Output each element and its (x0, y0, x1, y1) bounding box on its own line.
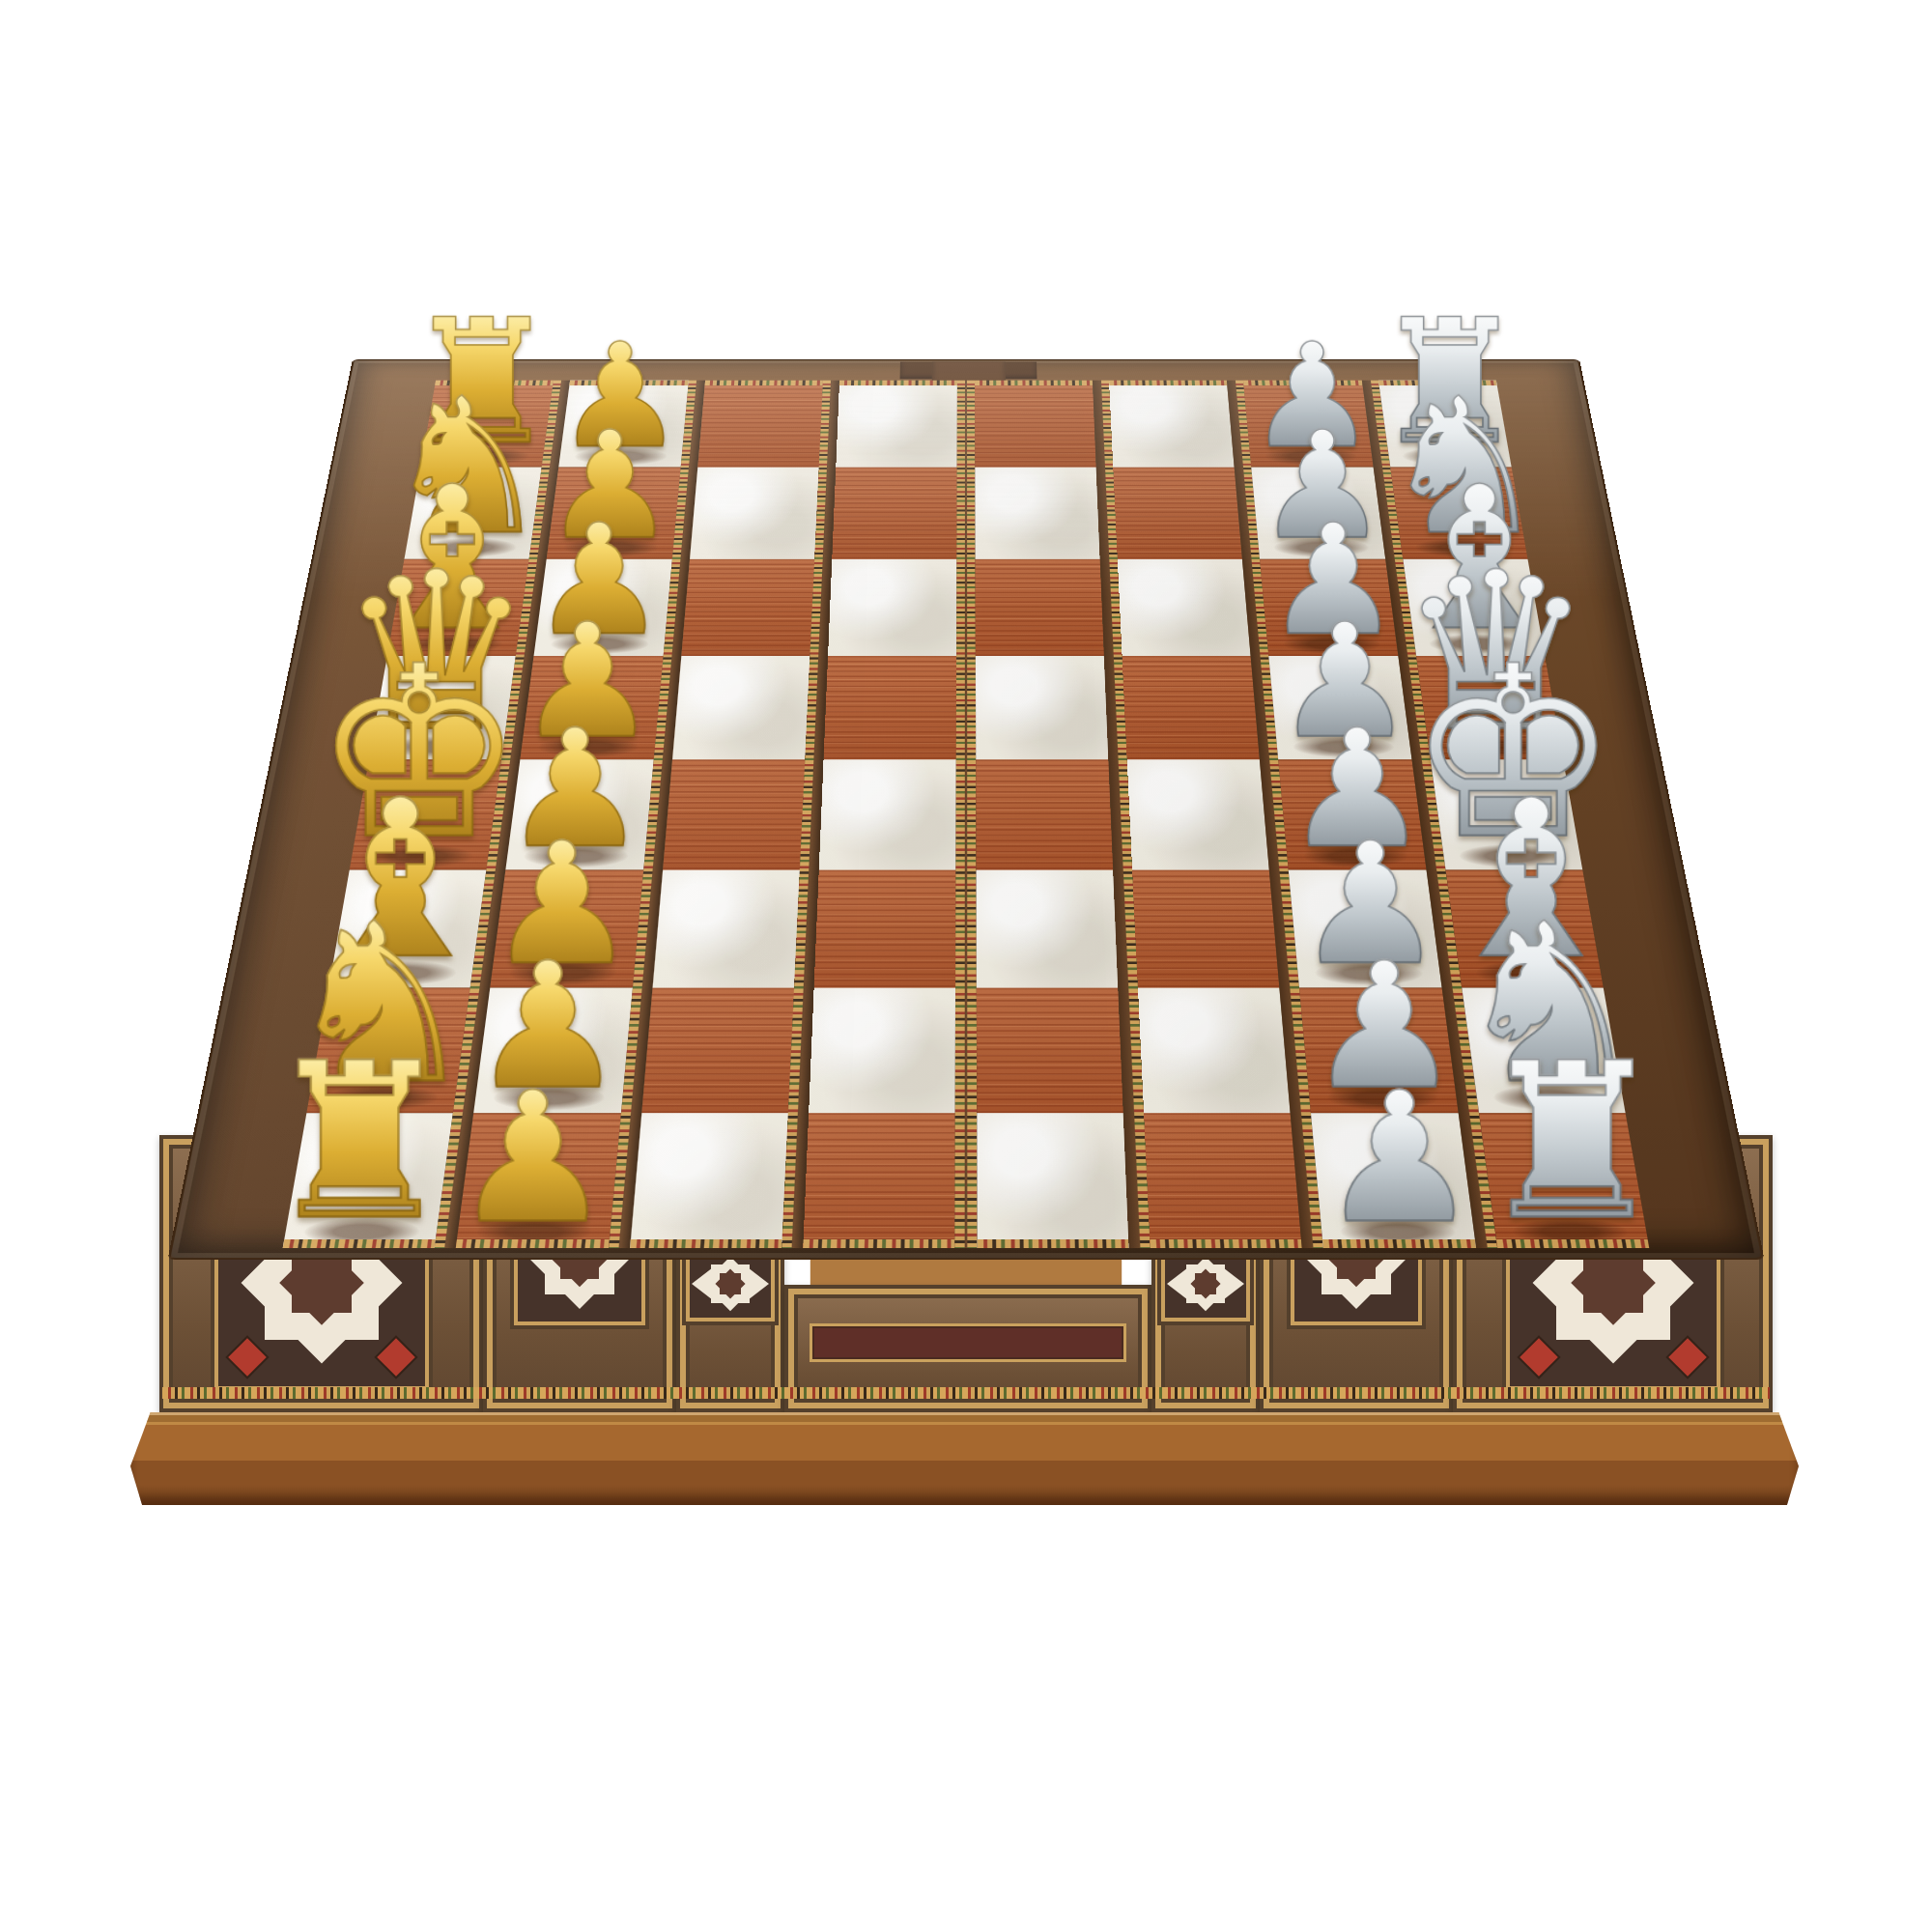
back-rim-step (899, 361, 1037, 379)
square-c3-r5[interactable] (663, 759, 805, 869)
piece-wQ[interactable]: ♛ (337, 549, 533, 756)
piece-shadow (1443, 736, 1547, 757)
square-c2-r2[interactable]: ♟ (547, 467, 680, 558)
square-c6-r3[interactable] (1118, 558, 1251, 656)
piece-shadow (1459, 845, 1566, 867)
facade-panel-diamond-right (1151, 1215, 1260, 1412)
piece-shadow (562, 538, 659, 556)
square-c4-r1[interactable] (837, 381, 958, 468)
piece-shadow (403, 634, 503, 654)
square-c5-r2[interactable] (975, 467, 1099, 558)
square-c8-r7[interactable]: ♞ (1462, 987, 1626, 1113)
piece-shadow (1475, 961, 1586, 985)
square-c5-r4[interactable] (975, 656, 1108, 759)
square-c4-r5[interactable] (819, 759, 956, 869)
piece-shadow (366, 845, 473, 867)
piece-wP[interactable]: ♟ (543, 415, 676, 556)
square-c3-r3[interactable] (681, 558, 814, 656)
piece-shadow (1429, 634, 1529, 654)
piece-shadow (1402, 447, 1496, 465)
square-c1-r7[interactable]: ♞ (306, 987, 470, 1113)
file-step-riser (1361, 381, 1497, 1248)
facade-panel-medium-right (1260, 1159, 1453, 1412)
piece-bK[interactable]: ♚ (1407, 641, 1620, 867)
square-c4-r2[interactable] (833, 467, 957, 558)
square-c6-r2[interactable] (1113, 467, 1242, 558)
piece-shadow (1492, 1085, 1607, 1111)
piece-shadow (1326, 1085, 1440, 1111)
piece-bB[interactable]: ♝ (1435, 778, 1630, 984)
star-icon (1337, 1240, 1376, 1279)
piece-shadow (1273, 538, 1370, 556)
square-c3-r2[interactable] (690, 467, 819, 558)
piece-wR[interactable]: ♜ (405, 301, 559, 465)
star-icon (720, 1273, 741, 1294)
star-icon (1583, 1253, 1643, 1313)
square-c7-r1[interactable]: ♟ (1243, 381, 1373, 468)
square-c8-r1[interactable]: ♜ (1378, 381, 1512, 468)
piece-wN[interactable]: ♞ (282, 900, 479, 1109)
piece-shadow (385, 736, 489, 757)
square-c1-r2[interactable]: ♞ (405, 467, 542, 558)
square-c5-r1[interactable] (975, 381, 1096, 468)
square-c1-r3[interactable]: ♝ (387, 558, 529, 656)
board-scene: ♜♞♝♛♚♝♞♜♟♟♟♟♟♟♟♟♟♟♟♟♟♟♟♟♜♞♝♛♚♝♞♜ (0, 0, 1932, 1932)
square-c8-r5[interactable]: ♚ (1431, 759, 1582, 869)
piece-shadow (1314, 961, 1424, 985)
piece-bP[interactable]: ♟ (1274, 607, 1415, 756)
star-icon (560, 1240, 599, 1279)
square-c1-r6[interactable]: ♝ (328, 869, 486, 987)
mosaic-accent (1668, 1338, 1707, 1377)
square-c6-r6[interactable] (1132, 869, 1279, 987)
square-c6-r4[interactable] (1122, 656, 1260, 759)
piece-wP[interactable]: ♟ (530, 508, 668, 653)
square-c7-r5[interactable]: ♟ (1279, 759, 1426, 869)
square-c6-r1[interactable] (1109, 381, 1235, 468)
mosaic-accent (377, 1338, 415, 1377)
piece-shadow (419, 538, 517, 556)
piece-bR[interactable]: ♜ (1374, 301, 1528, 465)
base-plinth (130, 1412, 1799, 1505)
piece-shadow (508, 961, 618, 985)
piece-shadow (550, 634, 649, 654)
piece-wN[interactable]: ♞ (384, 378, 552, 555)
square-c8-r2[interactable]: ♞ (1390, 467, 1527, 558)
square-c7-r7[interactable]: ♟ (1300, 987, 1459, 1113)
piece-bP[interactable]: ♟ (1247, 327, 1377, 465)
square-c2-r7[interactable]: ♟ (474, 987, 633, 1113)
square-c8-r3[interactable]: ♝ (1403, 558, 1545, 656)
piece-shadow (537, 736, 639, 757)
piece-shadow (346, 961, 457, 985)
square-c3-r6[interactable] (652, 869, 799, 987)
mosaic-diamond-left (690, 1250, 771, 1318)
piece-shadow (523, 845, 629, 867)
square-c7-r4[interactable]: ♟ (1269, 656, 1411, 759)
square-c7-r2[interactable]: ♟ (1252, 467, 1385, 558)
mosaic-accent (228, 1338, 267, 1377)
square-c5-r5[interactable] (976, 759, 1113, 869)
maroon-inlay-bar (810, 1323, 1126, 1362)
piece-wP[interactable]: ♟ (517, 607, 658, 756)
square-c2-r4[interactable]: ♟ (521, 656, 663, 759)
mosaic-medium-left (518, 1198, 641, 1321)
piece-shadow (492, 1085, 606, 1111)
square-c5-r3[interactable] (975, 558, 1103, 656)
piece-bQ[interactable]: ♛ (1398, 549, 1594, 756)
photo-stage: ♜♞♝♛♚♝♞♜♟♟♟♟♟♟♟♟♟♟♟♟♟♟♟♟♜♞♝♛♚♝♞♜ (0, 0, 1932, 1932)
mosaic-large-right (1510, 1179, 1717, 1386)
piece-shadow (436, 447, 530, 465)
piece-wK[interactable]: ♚ (312, 641, 525, 867)
piece-wB[interactable]: ♝ (363, 466, 540, 653)
piece-bP[interactable]: ♟ (1306, 944, 1463, 1109)
square-c8-r6[interactable]: ♝ (1445, 869, 1603, 987)
square-c1-r1[interactable]: ♜ (420, 381, 554, 468)
piece-shadow (325, 1085, 440, 1111)
mosaic-accent (1668, 1189, 1707, 1228)
piece-wP[interactable]: ♟ (555, 327, 685, 465)
mosaic-accent (1520, 1338, 1558, 1377)
facade-bottom-banding (162, 1387, 1770, 1399)
piece-shadow (1264, 447, 1358, 465)
square-c1-r5[interactable]: ♚ (350, 759, 501, 869)
star-icon (292, 1253, 352, 1313)
piece-bP[interactable]: ♟ (1294, 824, 1445, 983)
mosaic-accent (377, 1189, 415, 1228)
piece-wP[interactable]: ♟ (502, 712, 648, 867)
square-c2-r6[interactable]: ♟ (491, 869, 643, 987)
file-step-riser (435, 381, 571, 1248)
square-c8-r4[interactable]: ♛ (1416, 656, 1563, 759)
square-c5-r6[interactable] (976, 869, 1118, 987)
square-c7-r6[interactable]: ♟ (1289, 869, 1441, 987)
square-c3-r4[interactable] (672, 656, 810, 759)
square-c4-r3[interactable] (828, 558, 956, 656)
facade-panel-diamond-left (676, 1215, 784, 1412)
square-c6-r5[interactable] (1127, 759, 1269, 869)
piece-bB[interactable]: ♝ (1392, 466, 1569, 653)
file-column-1: ♜♞♝♛♚♝♞♜ (283, 381, 554, 1248)
piece-bP[interactable]: ♟ (1264, 508, 1402, 653)
piece-bP[interactable]: ♟ (1256, 415, 1389, 556)
facade-panel-large-left (159, 1135, 483, 1412)
mosaic-medium-right (1294, 1198, 1418, 1321)
piece-wP[interactable]: ♟ (469, 944, 626, 1109)
piece-shadow (1293, 736, 1395, 757)
facade-panel-large-right (1453, 1135, 1773, 1412)
piece-shadow (1283, 634, 1382, 654)
square-c3-r1[interactable] (697, 381, 823, 468)
piece-bP[interactable]: ♟ (1284, 712, 1430, 867)
piece-wP[interactable]: ♟ (486, 824, 637, 983)
mosaic-accent (228, 1189, 267, 1228)
square-c2-r5[interactable]: ♟ (506, 759, 653, 869)
square-c1-r4[interactable]: ♛ (369, 656, 516, 759)
piece-bN[interactable]: ♞ (1453, 900, 1650, 1109)
mosaic-accent (1520, 1189, 1558, 1228)
star-icon (1195, 1273, 1216, 1294)
file-column-7: ♟♟♟♟♟♟♟♟ (1243, 381, 1475, 1248)
mosaic-diamond-right (1165, 1250, 1246, 1318)
facade-panel-medium-left (483, 1159, 676, 1412)
file-column-2: ♟♟♟♟♟♟♟♟ (456, 381, 688, 1248)
square-c4-r6[interactable] (814, 869, 956, 987)
piece-bN[interactable]: ♞ (1380, 378, 1548, 555)
back-rim-step (931, 361, 1006, 387)
mosaic-large-left (218, 1179, 425, 1386)
square-c7-r3[interactable]: ♟ (1261, 558, 1398, 656)
square-c2-r1[interactable]: ♟ (559, 381, 689, 468)
piece-shadow (1303, 845, 1409, 867)
square-c4-r4[interactable] (824, 656, 957, 759)
piece-shadow (574, 447, 668, 465)
piece-wB[interactable]: ♝ (302, 778, 497, 984)
file-column-8: ♜♞♝♛♚♝♞♜ (1378, 381, 1649, 1248)
square-c2-r3[interactable]: ♟ (534, 558, 671, 656)
piece-shadow (1415, 538, 1513, 556)
